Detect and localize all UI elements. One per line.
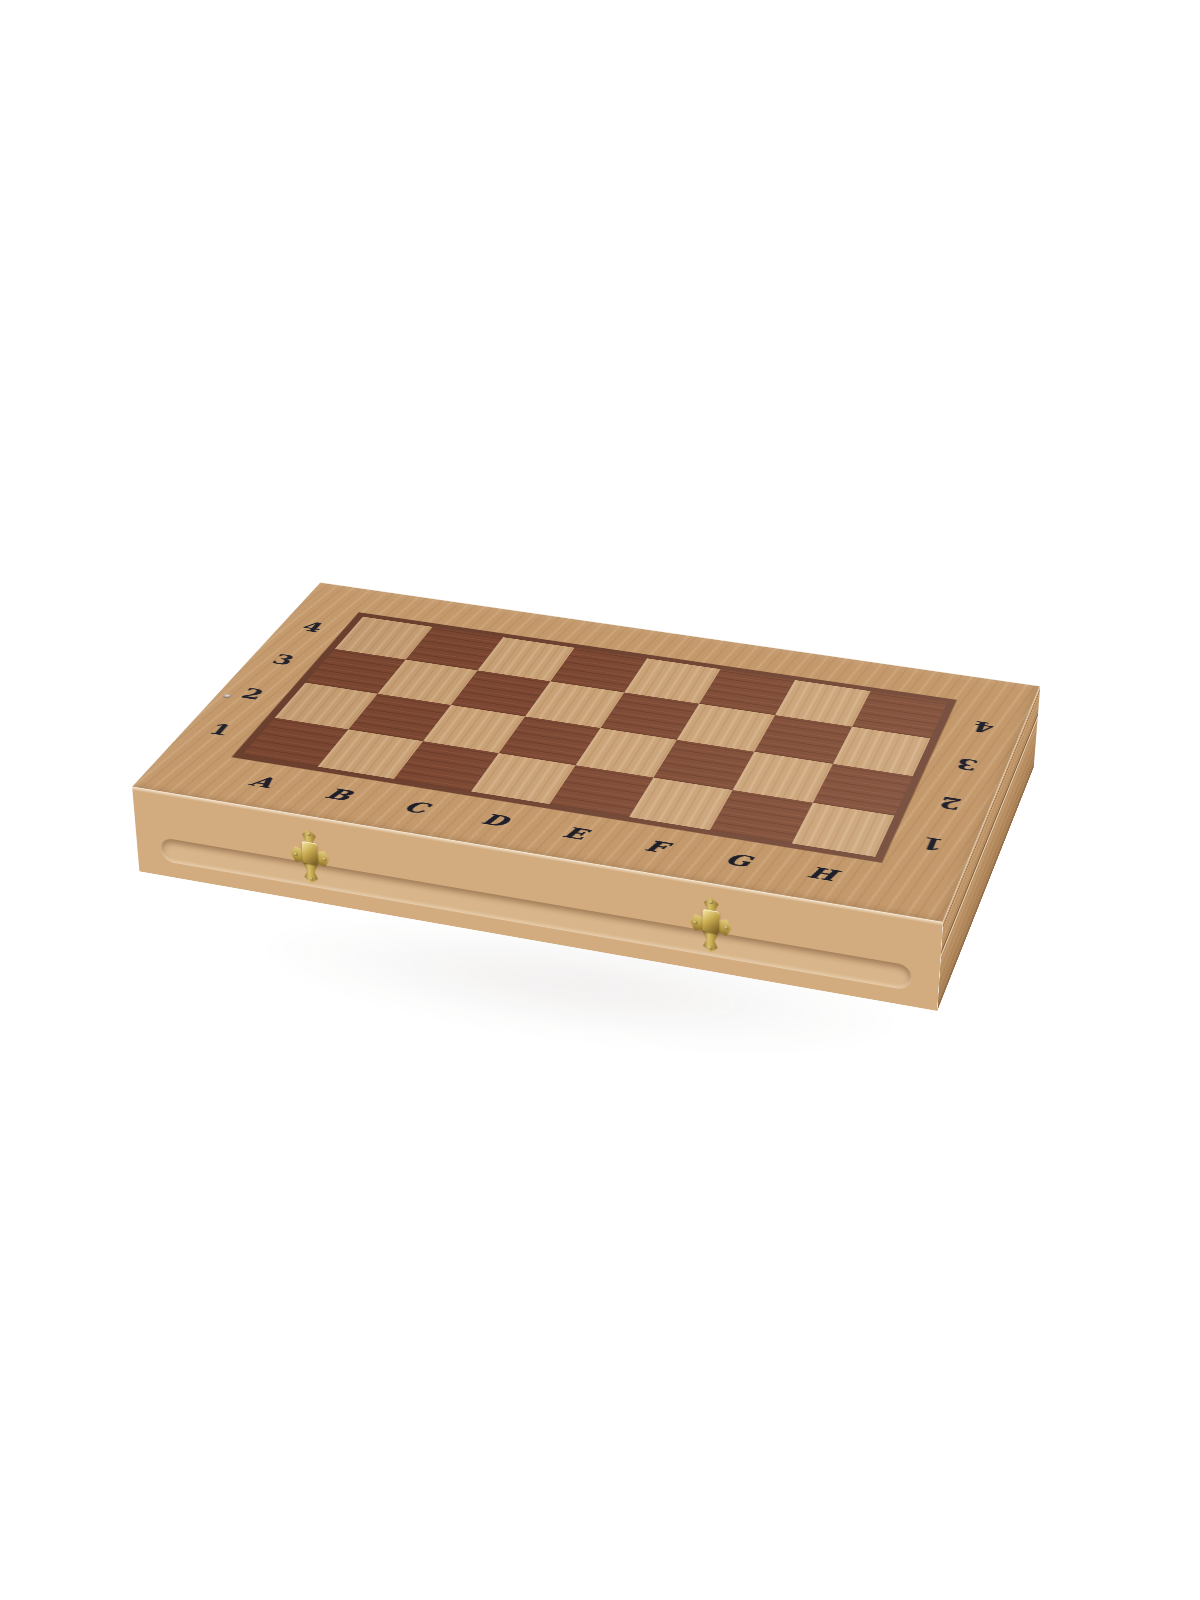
latch-screw — [708, 946, 712, 950]
square-e1 — [550, 765, 654, 817]
front-latch-right — [687, 894, 734, 957]
square-e2 — [576, 728, 677, 778]
latch-screw — [307, 832, 311, 836]
file-label-e: E — [524, 811, 624, 855]
square-f2 — [654, 740, 755, 790]
latch-screw — [294, 852, 298, 856]
chess-box: 4321 4321 ABCDEFGH — [132, 582, 1040, 922]
file-label-h: H — [772, 851, 872, 897]
scene: 4321 4321 ABCDEFGH — [200, 497, 1000, 973]
square-h2 — [813, 764, 913, 816]
latch-screw — [323, 857, 327, 861]
latch-hasp — [702, 909, 719, 934]
square-d1 — [471, 753, 575, 804]
latch-screw — [309, 877, 313, 881]
square-g1 — [710, 790, 813, 843]
latch-screw — [693, 920, 697, 924]
rank-label-right-4: 4 — [938, 704, 1028, 751]
front-latch-left — [287, 826, 332, 887]
file-label-c: C — [366, 786, 466, 829]
square-g2 — [733, 752, 833, 803]
latch-screw — [709, 900, 713, 904]
rank-label-left-1: 1 — [172, 707, 267, 753]
latch-hasp — [302, 841, 319, 865]
square-h1 — [792, 803, 895, 857]
latch-screw — [724, 926, 728, 930]
square-f1 — [629, 778, 733, 831]
file-label-g: G — [688, 837, 788, 882]
square-b1 — [318, 729, 423, 779]
file-label-f: F — [605, 824, 705, 869]
file-label-d: D — [444, 798, 544, 841]
file-label-b: B — [288, 773, 388, 815]
square-c1 — [394, 741, 499, 791]
file-label-a: A — [212, 761, 313, 803]
